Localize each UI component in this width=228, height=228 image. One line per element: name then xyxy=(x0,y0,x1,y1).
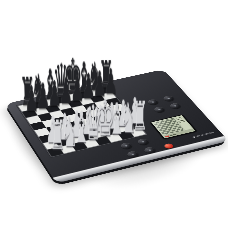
brand-name: MILLENNIUM xyxy=(196,131,215,137)
lcd-tick xyxy=(169,135,172,136)
key-dot-icon xyxy=(131,153,134,155)
chess-computer: ♜♞♝♛♚♝♞♜♟♟♟♟♟♟♟♟♟♟♟♟♟♟♟♟♜♞♝♛♚♝♞♜ xyxy=(5,69,228,183)
key-dot-icon xyxy=(142,141,145,143)
lcd-info-column xyxy=(175,116,192,130)
console-key-1[interactable] xyxy=(146,99,159,106)
white-rook[interactable]: ♜ xyxy=(49,115,65,156)
key-dot-icon xyxy=(148,149,151,151)
console-key-7[interactable] xyxy=(126,150,140,158)
console-key-3[interactable] xyxy=(153,106,166,113)
key-dot-icon xyxy=(158,109,161,111)
console-key-6[interactable] xyxy=(136,138,150,146)
key-dot-icon xyxy=(125,145,128,147)
lcd-display xyxy=(149,114,198,140)
console-key-4[interactable] xyxy=(169,102,182,109)
key-dot-icon xyxy=(167,98,170,100)
key-dot-icon xyxy=(174,105,177,107)
console-key-2[interactable] xyxy=(162,95,175,102)
square-a1[interactable]: ♜ xyxy=(47,147,64,157)
key-dot-icon xyxy=(151,101,154,103)
lcd-status-row xyxy=(163,128,196,138)
product-photo: ♜♞♝♛♚♝♞♜♟♟♟♟♟♟♟♟♟♟♟♟♟♟♟♟♜♞♝♛♚♝♞♜ xyxy=(0,0,228,228)
lcd-red-indicator xyxy=(165,135,170,137)
lcd-mini-chessboard xyxy=(153,118,184,135)
black-pawn[interactable]: ♟ xyxy=(24,81,38,116)
lcd-screen xyxy=(151,115,195,138)
console-key-5[interactable] xyxy=(119,142,133,150)
lcd-tick xyxy=(173,134,176,135)
